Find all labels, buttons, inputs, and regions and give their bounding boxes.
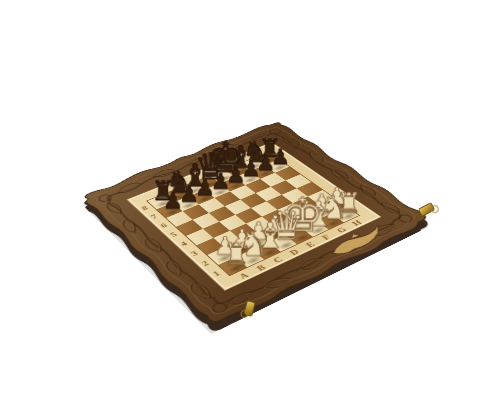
pieces-layer: ♜♞♝♛♚♝♞♜♟♟♟♟♟♟♟♟♟♟♟♟♟♟♟♟♜♞♝♛♚♝♞♜ (74, 117, 441, 334)
board-plane: ABCDEFGH 87654321 ♜♞♝♛♚♝♞♜♟♟♟♟♟♟♟♟♟♟♟♟♟♟… (74, 117, 441, 334)
product-photo-chess-set: ABCDEFGH 87654321 ♜♞♝♛♚♝♞♜♟♟♟♟♟♟♟♟♟♟♟♟♟♟… (0, 0, 500, 400)
brass-latch-front (243, 300, 255, 317)
white-rook-a1[interactable]: ♜ (212, 239, 260, 269)
black-pawn-a7[interactable]: ♟ (150, 190, 194, 213)
